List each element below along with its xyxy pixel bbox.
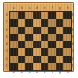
square-a5[interactable] <box>10 34 18 41</box>
file-label: g <box>59 7 61 10</box>
file-label: a <box>13 7 15 10</box>
square-h3[interactable] <box>63 48 71 55</box>
file-label: f <box>52 7 53 10</box>
rank-label: 8 <box>72 14 74 17</box>
square-c8[interactable] <box>25 12 33 19</box>
rank-label: 2 <box>6 58 8 61</box>
rank-label: 4 <box>72 43 74 46</box>
file-label: h <box>67 71 69 74</box>
square-d2[interactable] <box>33 56 41 63</box>
rank-label: 4 <box>6 43 8 46</box>
rank-label: 5 <box>72 36 74 39</box>
square-d7[interactable] <box>33 19 41 26</box>
square-h5[interactable] <box>63 34 71 41</box>
file-label: c <box>29 71 31 74</box>
board-grid <box>9 11 72 71</box>
square-a7[interactable] <box>10 19 18 26</box>
square-b6[interactable] <box>18 27 26 34</box>
rank-label: 1 <box>6 65 8 68</box>
rank-label: 3 <box>6 51 8 54</box>
square-e1[interactable] <box>41 63 49 70</box>
square-b4[interactable] <box>18 41 26 48</box>
square-a4[interactable] <box>10 41 18 48</box>
file-label: e <box>44 7 46 10</box>
square-b5[interactable] <box>18 34 26 41</box>
file-labels-top: abcdefgh <box>10 6 72 10</box>
square-b3[interactable] <box>18 48 26 55</box>
file-label: c <box>29 7 31 10</box>
square-h4[interactable] <box>63 41 71 48</box>
square-c2[interactable] <box>25 56 33 63</box>
file-label: d <box>36 71 38 74</box>
rank-label: 6 <box>72 29 74 32</box>
square-e2[interactable] <box>41 56 49 63</box>
square-a8[interactable] <box>10 12 18 19</box>
square-f8[interactable] <box>48 12 56 19</box>
file-label: h <box>67 7 69 10</box>
rank-label: 5 <box>6 36 8 39</box>
rank-label: 1 <box>72 65 74 68</box>
square-e8[interactable] <box>41 12 49 19</box>
square-g3[interactable] <box>56 48 64 55</box>
square-b1[interactable] <box>18 63 26 70</box>
square-c1[interactable] <box>25 63 33 70</box>
file-label: b <box>21 7 23 10</box>
square-c4[interactable] <box>25 41 33 48</box>
square-d6[interactable] <box>33 27 41 34</box>
square-f5[interactable] <box>48 34 56 41</box>
square-f1[interactable] <box>48 63 56 70</box>
file-label: g <box>59 71 61 74</box>
square-e5[interactable] <box>41 34 49 41</box>
square-h6[interactable] <box>63 27 71 34</box>
file-label: d <box>36 7 38 10</box>
square-d4[interactable] <box>33 41 41 48</box>
square-h8[interactable] <box>63 12 71 19</box>
square-g2[interactable] <box>56 56 64 63</box>
square-c3[interactable] <box>25 48 33 55</box>
square-d3[interactable] <box>33 48 41 55</box>
square-g6[interactable] <box>56 27 64 34</box>
square-g4[interactable] <box>56 41 64 48</box>
square-a3[interactable] <box>10 48 18 55</box>
square-h2[interactable] <box>63 56 71 63</box>
square-a2[interactable] <box>10 56 18 63</box>
file-label: f <box>52 71 53 74</box>
square-d1[interactable] <box>33 63 41 70</box>
square-e7[interactable] <box>41 19 49 26</box>
file-label: e <box>44 71 46 74</box>
rank-label: 2 <box>72 58 74 61</box>
square-c6[interactable] <box>25 27 33 34</box>
square-g1[interactable] <box>56 63 64 70</box>
square-f2[interactable] <box>48 56 56 63</box>
square-a1[interactable] <box>10 63 18 70</box>
photo-background: { "game": "chess", "position": { "fen": … <box>0 0 78 78</box>
square-e3[interactable] <box>41 48 49 55</box>
square-f7[interactable] <box>48 19 56 26</box>
rank-label: 8 <box>6 14 8 17</box>
square-f3[interactable] <box>48 48 56 55</box>
rank-label: 7 <box>72 22 74 25</box>
rank-label: 6 <box>6 29 8 32</box>
rank-label: 7 <box>6 22 8 25</box>
square-e6[interactable] <box>41 27 49 34</box>
rank-label: 3 <box>72 51 74 54</box>
square-b7[interactable] <box>18 19 26 26</box>
square-b2[interactable] <box>18 56 26 63</box>
square-h7[interactable] <box>63 19 71 26</box>
square-g7[interactable] <box>56 19 64 26</box>
square-e4[interactable] <box>41 41 49 48</box>
square-g5[interactable] <box>56 34 64 41</box>
file-label: b <box>21 71 23 74</box>
file-label: a <box>13 71 15 74</box>
square-h1[interactable] <box>63 63 71 70</box>
square-d8[interactable] <box>33 12 41 19</box>
square-f4[interactable] <box>48 41 56 48</box>
square-c7[interactable] <box>25 19 33 26</box>
square-f6[interactable] <box>48 27 56 34</box>
square-a6[interactable] <box>10 27 18 34</box>
square-b8[interactable] <box>18 12 26 19</box>
square-c5[interactable] <box>25 34 33 41</box>
square-d5[interactable] <box>33 34 41 41</box>
square-g8[interactable] <box>56 12 64 19</box>
chessboard: abcdefgh abcdefgh 87654321 87654321 <box>3 2 74 72</box>
